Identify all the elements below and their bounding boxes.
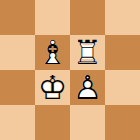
board-square-r1c3[interactable]: [105, 35, 140, 70]
white-rook-piece[interactable]: ♜♖: [70, 35, 105, 70]
board-square-r0c0[interactable]: [0, 0, 35, 35]
white-king-outline-glyph: ♔: [35, 70, 70, 105]
white-bishop-piece[interactable]: ♝♗: [35, 35, 70, 70]
board-square-r0c3[interactable]: [105, 0, 140, 35]
board-square-r0c1[interactable]: [35, 0, 70, 35]
board-square-r3c2[interactable]: [70, 105, 105, 140]
board-square-r3c1[interactable]: [35, 105, 70, 140]
board-square-r2c1[interactable]: ♚♔: [35, 70, 70, 105]
board-square-r3c3[interactable]: [105, 105, 140, 140]
board-square-r3c0[interactable]: [0, 105, 35, 140]
white-pawn-piece[interactable]: ♟♙: [70, 70, 105, 105]
board-square-r2c3[interactable]: [105, 70, 140, 105]
white-rook-outline-glyph: ♖: [70, 35, 105, 70]
white-king-piece[interactable]: ♚♔: [35, 70, 70, 105]
chess-board: ♝♗♜♖♚♔♟♙: [0, 0, 140, 140]
board-square-r1c0[interactable]: [0, 35, 35, 70]
white-pawn-outline-glyph: ♙: [70, 70, 105, 105]
board-square-r1c2[interactable]: ♜♖: [70, 35, 105, 70]
board-square-r1c1[interactable]: ♝♗: [35, 35, 70, 70]
board-square-r0c2[interactable]: [70, 0, 105, 35]
white-bishop-outline-glyph: ♗: [35, 35, 70, 70]
board-square-r2c2[interactable]: ♟♙: [70, 70, 105, 105]
board-square-r2c0[interactable]: [0, 70, 35, 105]
